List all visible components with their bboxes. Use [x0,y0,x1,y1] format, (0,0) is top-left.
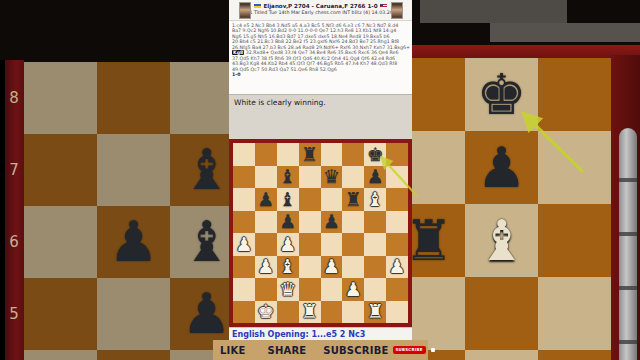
board-top-border [392,45,640,58]
square-c1[interactable] [277,301,299,324]
white-rook: ♜ [301,302,318,321]
white-bishop: ♝ [279,257,296,276]
us-flag-icon [380,4,387,9]
square-c8[interactable] [277,143,299,166]
square-g7[interactable]: ♟ [364,166,386,189]
square-g6[interactable]: ♝ [364,188,386,211]
square-c5[interactable]: ♟ [277,211,299,234]
subscribe-label[interactable]: SUBSCRIBE [323,345,388,356]
square-d1[interactable]: ♜ [299,301,321,324]
square-d5[interactable] [299,211,321,234]
background-squares-right: ♚♟♜♝ [392,58,611,360]
black-pawn: ♟ [279,212,296,231]
move-line[interactable]: 20.Bb4 c5 21.Bc3 Bb8 22.Be2 f5 23.gxf6 N… [232,39,410,45]
square-g8[interactable]: ♚ [364,143,386,166]
subscribe-button[interactable]: SUBSCRIBE [393,346,426,354]
square-e5[interactable]: ♟ [321,211,343,234]
square-b3[interactable]: ♟ [255,256,277,279]
bg-square-h5 [538,277,611,350]
comment-text: White is clearly winning. [234,98,326,107]
white-pawn: ♟ [323,257,340,276]
black-rook: ♜ [345,190,362,209]
square-h5[interactable] [386,211,408,234]
bg-square-a6 [24,206,97,278]
black-queen: ♛ [323,167,340,186]
square-c6[interactable]: ♝ [277,188,299,211]
square-e7[interactable]: ♛ [321,166,343,189]
square-c2[interactable]: ♛ [277,278,299,301]
square-a7[interactable] [233,166,255,189]
square-h6[interactable] [386,188,408,211]
game-header: Eljanov,P 2704 - Caruana,F 2766 1-0 A21 … [229,0,412,21]
bg-square-b7 [97,134,170,206]
black-pawn: ♟ [367,167,384,186]
bg-square-g4 [465,350,538,360]
bg-square-a8 [24,62,97,134]
bg-square-h6 [538,204,611,277]
video-frame: 8765 ♝♟♝♟ ♚♟♜♝ Eljanov,P 2704 - Caruana,… [0,0,640,360]
event-line: A21 Titled Tue 14th Mar Early chess.com … [229,10,412,17]
bg-rank-label-6: 6 [7,233,21,251]
white-pawn: ♟ [389,257,406,276]
bg-square-h7 [538,131,611,204]
white-pawn: ♟ [257,257,274,276]
evaluation-comment: White is clearly winning. [229,94,412,139]
current-move-highlight[interactable]: Kg8 [232,50,244,55]
bg-black-pawn: ♟ [476,140,526,196]
square-e2[interactable] [321,278,343,301]
background-board-left: 8765 ♝♟♝♟ [0,60,230,360]
square-a5[interactable] [233,211,255,234]
square-a8[interactable] [233,143,255,166]
square-b5[interactable] [255,211,277,234]
backdrop-block [490,23,640,42]
square-h3[interactable]: ♟ [386,256,408,279]
bg-black-bishop: ♝ [181,142,230,198]
square-f8[interactable] [342,143,364,166]
square-f2[interactable]: ♟ [342,278,364,301]
square-a1[interactable] [233,301,255,324]
square-c4[interactable]: ♟ [277,233,299,256]
white-player-photo [239,2,251,19]
bg-white-bishop: ♝ [476,213,526,269]
square-f1[interactable] [342,301,364,324]
white-rook: ♜ [367,302,384,321]
square-f7[interactable] [342,166,364,189]
share-button[interactable]: SHARE [267,345,306,356]
square-g3[interactable] [364,256,386,279]
bg-square-g7: ♟ [465,131,538,204]
board-squares: ♜♚♝♛♟♟♝♜♝♟♟♟♟♟♝♟♟♛♟♚♜♜ [233,143,408,323]
square-d6[interactable] [299,188,321,211]
like-button[interactable]: LIKE [220,345,245,356]
black-bishop: ♝ [279,167,296,186]
black-rook: ♜ [301,145,318,164]
black-bishop: ♝ [279,190,296,209]
event-text: Titled Tue 14th Mar Early chess.com INT … [252,10,399,15]
square-h1[interactable] [386,301,408,324]
opening-text: English Opening: 1...e5 2 Nc3 [232,330,365,339]
square-d3[interactable] [299,256,321,279]
square-h4[interactable] [386,233,408,256]
bg-black-king: ♚ [476,67,526,123]
move-line[interactable]: Ba7 9.Qc2 Ngf6 10.Bd2 0-0 11.0-0-0 Qe7 1… [232,28,410,34]
background-squares-left: ♝♟♝♟ [24,62,230,360]
bg-square-b4 [97,350,170,360]
bg-square-b8 [97,62,170,134]
square-a4[interactable]: ♟ [233,233,255,256]
square-d8[interactable]: ♜ [299,143,321,166]
square-g5[interactable] [364,211,386,234]
square-c3[interactable]: ♝ [277,256,299,279]
bg-rank-label-5: 5 [7,305,21,323]
square-f4[interactable] [342,233,364,256]
chess-board: ♜♚♝♛♟♟♝♜♝♟♟♟♟♟♝♟♟♛♟♚♜♜ [229,139,412,327]
white-pawn: ♟ [235,235,252,254]
bg-rank-label-8: 8 [7,89,21,107]
square-a6[interactable] [233,188,255,211]
opening-name-bar: English Opening: 1...e5 2 Nc3 [229,327,412,341]
bg-square-b5 [97,278,170,350]
bg-square-h4 [538,350,611,360]
action-bar: LIKE SHARE SUBSCRIBE SUBSCRIBE [213,340,428,360]
white-pawn: ♟ [279,235,296,254]
scrollbar[interactable] [619,128,637,360]
bg-square-h8 [538,58,611,131]
bg-square-g8: ♚ [465,58,538,131]
background-board-right: ♚♟♜♝ [392,45,640,360]
move-list[interactable]: 1.c4 e5 2.Nc3 Bb4 3.Nd5 a5 4.a3 Bc5 5.Nf… [229,21,412,94]
black-player-photo [391,2,403,19]
square-b8[interactable] [255,143,277,166]
move-line[interactable]: Kg8 32.Rxd8+ Qxd8 33.f4 Qe7 34.Be4 Re6 3… [232,50,410,56]
square-g1[interactable]: ♜ [364,301,386,324]
bg-square-b6: ♟ [97,206,170,278]
black-king: ♚ [367,145,384,164]
bg-black-pawn: ♟ [108,214,158,270]
bg-square-a7 [24,134,97,206]
backdrop-block [420,0,567,23]
square-e6[interactable] [321,188,343,211]
square-e3[interactable]: ♟ [321,256,343,279]
square-b6[interactable]: ♟ [255,188,277,211]
square-d7[interactable] [299,166,321,189]
white-queen: ♛ [279,280,296,299]
bg-rank-label-7: 7 [7,161,21,179]
square-g4[interactable] [364,233,386,256]
white-pawn: ♟ [345,280,362,299]
square-f6[interactable]: ♜ [342,188,364,211]
bg-square-g5 [465,277,538,350]
square-b2[interactable] [255,278,277,301]
square-h8[interactable] [386,143,408,166]
players-line: Eljanov,P 2704 - Caruana,F 2766 1-0 [229,0,412,10]
black-pawn: ♟ [257,190,274,209]
square-f5[interactable] [342,211,364,234]
bg-square-c6: ♝ [170,206,230,278]
bg-square-c7: ♝ [170,134,230,206]
bg-square-a4 [24,350,97,360]
bg-black-pawn: ♟ [181,286,230,342]
square-c7[interactable]: ♝ [277,166,299,189]
bg-square-g6: ♝ [465,204,538,277]
bg-square-c8 [170,62,230,134]
square-a3[interactable] [233,256,255,279]
square-e8[interactable] [321,143,343,166]
black-pawn: ♟ [323,212,340,231]
move-line[interactable]: 1-0 [232,72,410,78]
square-e4[interactable] [321,233,343,256]
bg-black-bishop: ♝ [181,214,230,270]
white-king: ♚ [257,302,274,321]
square-d4[interactable] [299,233,321,256]
square-f3[interactable] [342,256,364,279]
square-g2[interactable] [364,278,386,301]
white-bishop: ♝ [367,190,384,209]
analysis-panel: Eljanov,P 2704 - Caruana,F 2766 1-0 A21 … [229,0,412,341]
square-h2[interactable] [386,278,408,301]
square-b4[interactable] [255,233,277,256]
bg-square-a5 [24,278,97,350]
square-a2[interactable] [233,278,255,301]
square-h7[interactable] [386,166,408,189]
square-e1[interactable] [321,301,343,324]
square-b7[interactable] [255,166,277,189]
square-b1[interactable]: ♚ [255,301,277,324]
square-d2[interactable] [299,278,321,301]
players-text: Eljanov,P 2704 - Caruana,F 2766 1-0 [263,3,377,9]
ukraine-flag-icon [254,4,261,9]
